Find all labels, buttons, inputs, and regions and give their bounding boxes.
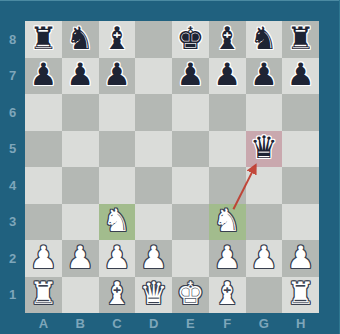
square-c5[interactable] [99,131,136,168]
square-b5[interactable] [62,131,99,168]
chess-app-frame: 8 7 6 5 4 3 2 1 ♜♞♝♚♝♞♜♟♟♟♟♟♟♟♛♞♞♟♟♟♟♟♟♟… [0,0,340,334]
square-b2[interactable]: ♟ [62,240,99,277]
square-d5[interactable] [135,131,172,168]
square-c3[interactable]: ♞ [99,204,136,241]
square-h3[interactable] [282,204,319,241]
rank-label-6: 6 [0,94,25,131]
square-e5[interactable] [172,131,209,168]
square-d8[interactable] [135,21,172,58]
square-a4[interactable] [25,167,62,204]
file-label-c: C [99,313,136,334]
file-labels: A B C D E F G H [25,313,319,334]
square-g7[interactable]: ♟ [246,58,283,95]
white-pawn[interactable]: ♟ [29,242,57,273]
white-queen[interactable]: ♛ [140,278,168,309]
square-g1[interactable] [246,277,283,314]
black-pawn[interactable]: ♟ [66,59,94,90]
square-h6[interactable] [282,94,319,131]
square-d4[interactable] [135,167,172,204]
square-e1[interactable]: ♚ [172,277,209,314]
square-c7[interactable]: ♟ [99,58,136,95]
square-f2[interactable]: ♟ [209,240,246,277]
square-e4[interactable] [172,167,209,204]
square-f6[interactable] [209,94,246,131]
square-b3[interactable] [62,204,99,241]
black-bishop[interactable]: ♝ [103,23,131,54]
square-e6[interactable] [172,94,209,131]
black-pawn[interactable]: ♟ [213,59,241,90]
black-bishop[interactable]: ♝ [213,23,241,54]
square-b1[interactable] [62,277,99,314]
square-a5[interactable] [25,131,62,168]
rank-label-7: 7 [0,58,25,95]
square-d1[interactable]: ♛ [135,277,172,314]
file-label-e: E [172,313,209,334]
rank-label-1: 1 [0,277,25,314]
black-pawn[interactable]: ♟ [29,59,57,90]
black-king[interactable]: ♚ [176,23,204,54]
white-knight[interactable]: ♞ [103,205,131,236]
black-pawn[interactable]: ♟ [176,59,204,90]
square-c8[interactable]: ♝ [99,21,136,58]
square-h2[interactable]: ♟ [282,240,319,277]
square-f4[interactable] [209,167,246,204]
white-pawn[interactable]: ♟ [66,242,94,273]
square-e2[interactable] [172,240,209,277]
white-king[interactable]: ♚ [176,278,204,309]
square-g4[interactable] [246,167,283,204]
square-d6[interactable] [135,94,172,131]
black-knight[interactable]: ♞ [66,23,94,54]
rank-label-5: 5 [0,131,25,168]
black-queen[interactable]: ♛ [250,132,278,163]
square-a2[interactable]: ♟ [25,240,62,277]
square-b7[interactable]: ♟ [62,58,99,95]
square-c4[interactable] [99,167,136,204]
white-pawn[interactable]: ♟ [287,242,315,273]
white-rook[interactable]: ♜ [287,278,315,309]
square-g8[interactable]: ♞ [246,21,283,58]
square-a1[interactable]: ♜ [25,277,62,314]
file-label-f: F [209,313,246,334]
square-f1[interactable]: ♝ [209,277,246,314]
white-pawn[interactable]: ♟ [213,242,241,273]
file-label-b: B [62,313,99,334]
square-e7[interactable]: ♟ [172,58,209,95]
square-h5[interactable] [282,131,319,168]
file-label-g: G [246,313,283,334]
black-knight[interactable]: ♞ [250,23,278,54]
square-b4[interactable] [62,167,99,204]
square-h8[interactable]: ♜ [282,21,319,58]
square-f7[interactable]: ♟ [209,58,246,95]
square-e3[interactable] [172,204,209,241]
square-e8[interactable]: ♚ [172,21,209,58]
square-a8[interactable]: ♜ [25,21,62,58]
square-g6[interactable] [246,94,283,131]
white-pawn[interactable]: ♟ [140,242,168,273]
chess-board: ♜♞♝♚♝♞♜♟♟♟♟♟♟♟♛♞♞♟♟♟♟♟♟♟♜♝♛♚♝♜ [25,21,319,313]
white-bishop[interactable]: ♝ [103,278,131,309]
square-g2[interactable]: ♟ [246,240,283,277]
rank-label-3: 3 [0,204,25,241]
square-h7[interactable]: ♟ [282,58,319,95]
square-c6[interactable] [99,94,136,131]
black-rook[interactable]: ♜ [29,23,57,54]
square-c1[interactable]: ♝ [99,277,136,314]
file-label-a: A [25,313,62,334]
black-rook[interactable]: ♜ [287,23,315,54]
black-pawn[interactable]: ♟ [250,59,278,90]
square-b6[interactable] [62,94,99,131]
file-label-h: H [282,313,319,334]
square-f5[interactable] [209,131,246,168]
square-g3[interactable] [246,204,283,241]
square-f8[interactable]: ♝ [209,21,246,58]
white-pawn[interactable]: ♟ [103,242,131,273]
rank-label-4: 4 [0,167,25,204]
square-g5[interactable]: ♛ [246,131,283,168]
square-f3[interactable]: ♞ [209,204,246,241]
square-d7[interactable] [135,58,172,95]
file-label-d: D [135,313,172,334]
square-d3[interactable] [135,204,172,241]
square-h1[interactable]: ♜ [282,277,319,314]
rank-labels: 8 7 6 5 4 3 2 1 [0,21,25,313]
rank-label-8: 8 [0,21,25,58]
white-bishop[interactable]: ♝ [213,278,241,309]
black-pawn[interactable]: ♟ [103,59,131,90]
square-b8[interactable]: ♞ [62,21,99,58]
square-d2[interactable]: ♟ [135,240,172,277]
white-knight[interactable]: ♞ [213,205,241,236]
square-h4[interactable] [282,167,319,204]
square-a7[interactable]: ♟ [25,58,62,95]
square-c2[interactable]: ♟ [99,240,136,277]
square-a3[interactable] [25,204,62,241]
square-a6[interactable] [25,94,62,131]
white-pawn[interactable]: ♟ [250,242,278,273]
frame-top-edge [0,0,340,1]
black-pawn[interactable]: ♟ [287,59,315,90]
white-rook[interactable]: ♜ [29,278,57,309]
rank-label-2: 2 [0,240,25,277]
